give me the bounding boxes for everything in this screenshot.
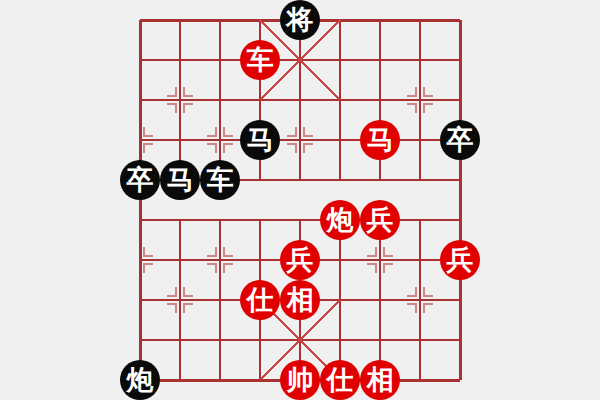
board-surface[interactable]: 将车马马卒卒马车炮兵兵兵仕相炮帅仕相: [120, 0, 480, 400]
piece-red-advisor[interactable]: 仕: [240, 280, 280, 320]
piece-black-cannon[interactable]: 炮: [120, 360, 160, 400]
piece-red-soldier[interactable]: 兵: [360, 200, 400, 240]
piece-red-general[interactable]: 帅: [280, 360, 320, 400]
piece-red-elephant[interactable]: 相: [280, 280, 320, 320]
xiangqi-board: 将车马马卒卒马车炮兵兵兵仕相炮帅仕相: [0, 0, 600, 400]
piece-black-horse[interactable]: 马: [160, 160, 200, 200]
piece-red-soldier[interactable]: 兵: [440, 240, 480, 280]
piece-red-soldier[interactable]: 兵: [280, 240, 320, 280]
piece-black-soldier[interactable]: 卒: [440, 120, 480, 160]
piece-red-cannon[interactable]: 炮: [320, 200, 360, 240]
piece-black-horse[interactable]: 马: [240, 120, 280, 160]
piece-red-elephant[interactable]: 相: [360, 360, 400, 400]
piece-red-horse[interactable]: 马: [360, 120, 400, 160]
piece-red-chariot[interactable]: 车: [240, 40, 280, 80]
piece-black-general[interactable]: 将: [280, 0, 320, 40]
piece-black-chariot[interactable]: 车: [200, 160, 240, 200]
piece-red-advisor[interactable]: 仕: [320, 360, 360, 400]
piece-black-soldier[interactable]: 卒: [120, 160, 160, 200]
